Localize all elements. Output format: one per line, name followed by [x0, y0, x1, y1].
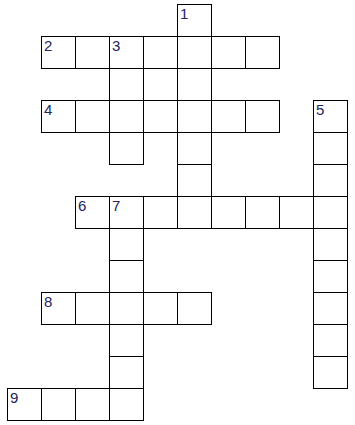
- crossword-cell-r9c3[interactable]: [109, 292, 144, 325]
- crossword-cell-r7c9[interactable]: [313, 228, 348, 261]
- crossword-cell-r3c4[interactable]: [143, 100, 178, 133]
- crossword-cell-r6c4[interactable]: [143, 196, 178, 229]
- crossword-cell-r1c3[interactable]: 3: [109, 36, 144, 69]
- crossword-cell-r6c7[interactable]: [245, 196, 280, 229]
- crossword-cell-r5c9[interactable]: [313, 164, 348, 197]
- crossword-cell-r1c7[interactable]: [245, 36, 280, 69]
- crossword-cell-r2c5[interactable]: [177, 68, 212, 101]
- crossword-cell-r12c1[interactable]: [41, 388, 76, 421]
- crossword-cell-r10c3[interactable]: [109, 324, 144, 357]
- crossword-puzzle: 123456789: [0, 0, 355, 425]
- crossword-cell-r3c7[interactable]: [245, 100, 280, 133]
- crossword-cell-r3c3[interactable]: [109, 100, 144, 133]
- crossword-cell-r9c2[interactable]: [75, 292, 110, 325]
- crossword-cell-r1c2[interactable]: [75, 36, 110, 69]
- clue-number-8: 8: [42, 293, 75, 309]
- clue-number-5: 5: [314, 101, 347, 117]
- crossword-cell-r1c1[interactable]: 2: [41, 36, 76, 69]
- crossword-cell-r1c5[interactable]: [177, 36, 212, 69]
- crossword-cell-r12c2[interactable]: [75, 388, 110, 421]
- crossword-cell-r12c3[interactable]: [109, 388, 144, 421]
- crossword-cell-r6c6[interactable]: [211, 196, 246, 229]
- clue-number-1: 1: [178, 5, 211, 21]
- crossword-cell-r3c6[interactable]: [211, 100, 246, 133]
- crossword-cell-r9c4[interactable]: [143, 292, 178, 325]
- crossword-cell-r12c0[interactable]: 9: [7, 388, 42, 421]
- crossword-cell-r9c1[interactable]: 8: [41, 292, 76, 325]
- clue-number-6: 6: [76, 197, 109, 213]
- crossword-cell-r0c5[interactable]: 1: [177, 4, 212, 37]
- crossword-cell-r3c5[interactable]: [177, 100, 212, 133]
- crossword-cell-r6c5[interactable]: [177, 196, 212, 229]
- clue-number-9: 9: [8, 389, 41, 405]
- clue-number-2: 2: [42, 37, 75, 53]
- crossword-cell-r3c9[interactable]: 5: [313, 100, 348, 133]
- crossword-cell-r8c3[interactable]: [109, 260, 144, 293]
- crossword-cell-r1c6[interactable]: [211, 36, 246, 69]
- crossword-board: 123456789: [0, 0, 355, 425]
- clue-number-4: 4: [42, 101, 75, 117]
- crossword-cell-r4c5[interactable]: [177, 132, 212, 165]
- clue-number-3: 3: [110, 37, 143, 53]
- clue-number-7: 7: [110, 197, 143, 213]
- crossword-cell-r10c9[interactable]: [313, 324, 348, 357]
- crossword-cell-r9c9[interactable]: [313, 292, 348, 325]
- crossword-cell-r8c9[interactable]: [313, 260, 348, 293]
- crossword-cell-r1c4[interactable]: [143, 36, 178, 69]
- crossword-cell-r7c3[interactable]: [109, 228, 144, 261]
- crossword-cell-r6c3[interactable]: 7: [109, 196, 144, 229]
- crossword-cell-r11c9[interactable]: [313, 356, 348, 389]
- crossword-cell-r9c5[interactable]: [177, 292, 212, 325]
- crossword-cell-r6c2[interactable]: 6: [75, 196, 110, 229]
- crossword-cell-r4c9[interactable]: [313, 132, 348, 165]
- crossword-cell-r6c9[interactable]: [313, 196, 348, 229]
- crossword-cell-r4c3[interactable]: [109, 132, 144, 165]
- crossword-cell-r3c1[interactable]: 4: [41, 100, 76, 133]
- crossword-cell-r6c8[interactable]: [279, 196, 314, 229]
- crossword-cell-r11c3[interactable]: [109, 356, 144, 389]
- crossword-cell-r5c5[interactable]: [177, 164, 212, 197]
- crossword-cell-r3c2[interactable]: [75, 100, 110, 133]
- crossword-cell-r2c3[interactable]: [109, 68, 144, 101]
